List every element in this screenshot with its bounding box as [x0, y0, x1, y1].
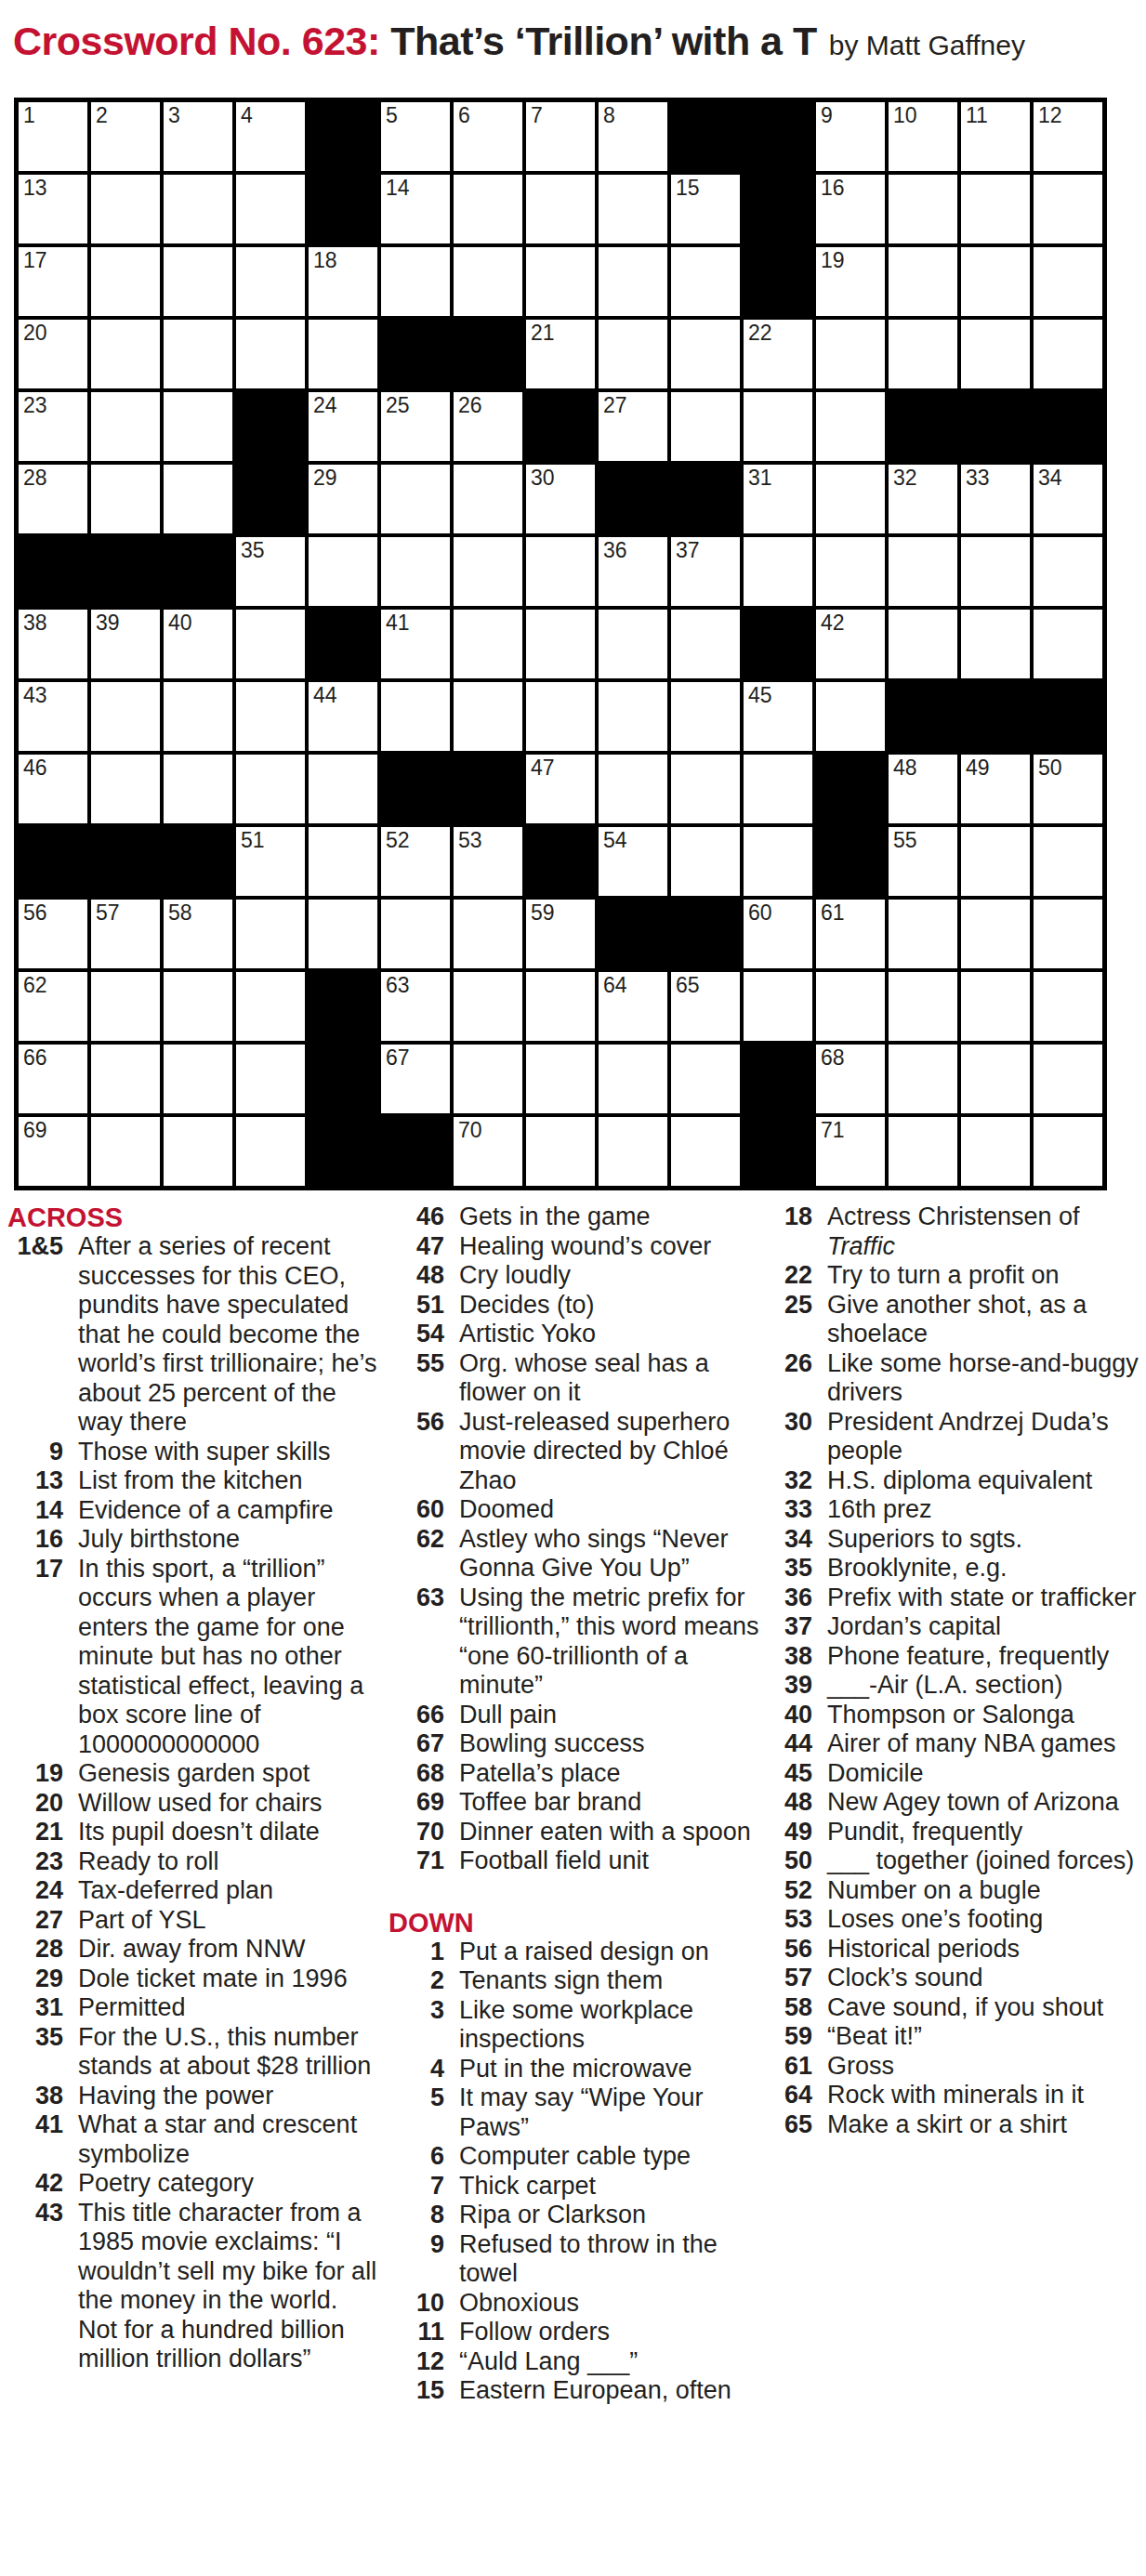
grid-cell[interactable]: 60 [742, 898, 814, 970]
grid-cell[interactable] [162, 680, 234, 753]
grid-cell[interactable] [959, 535, 1032, 608]
grid-cell[interactable] [89, 245, 162, 318]
grid-cell[interactable] [162, 753, 234, 825]
grid-cell[interactable] [1032, 1043, 1104, 1115]
grid-cell[interactable] [452, 680, 524, 753]
grid-cell[interactable] [669, 245, 742, 318]
grid-cell[interactable] [959, 825, 1032, 898]
grid-cell[interactable]: 33 [959, 463, 1032, 535]
clue-text: Brooklynite, e.g. [827, 1554, 1143, 1584]
grid-cell[interactable] [89, 318, 162, 390]
clue-item: 50___ together (joined forces) [757, 1847, 1143, 1876]
clue-item: 35For the U.S., this number stands at ab… [7, 2023, 377, 2082]
clue-item: 42Poetry category [7, 2169, 377, 2199]
grid-cell[interactable] [959, 970, 1032, 1043]
cell-number: 59 [531, 900, 555, 925]
clue-item: 61Gross [757, 2052, 1143, 2082]
grid-cell[interactable] [742, 753, 814, 825]
grid-cell[interactable] [814, 463, 887, 535]
grid-cell[interactable]: 17 [17, 245, 89, 318]
grid-cell[interactable]: 50 [1032, 753, 1104, 825]
clue-text: Willow used for chairs [78, 1789, 377, 1819]
grid-cell[interactable] [452, 245, 524, 318]
clue-number: 63 [389, 1584, 444, 1701]
grid-cell[interactable] [234, 245, 307, 318]
grid-cell[interactable] [959, 1043, 1032, 1115]
grid-cell-black [452, 753, 524, 825]
cell-number: 23 [23, 393, 47, 417]
grid-cell[interactable]: 45 [742, 680, 814, 753]
clue-item: 60Doomed [389, 1495, 762, 1525]
grid-cell[interactable] [162, 970, 234, 1043]
grid-cell[interactable]: 42 [814, 608, 887, 680]
grid-cell[interactable]: 11 [959, 100, 1032, 173]
grid-cell[interactable]: 40 [162, 608, 234, 680]
grid-cell[interactable] [597, 608, 669, 680]
grid-cell[interactable]: 19 [814, 245, 887, 318]
clue-text: Cry loudly [459, 1261, 762, 1291]
clue-text: Decides (to) [459, 1291, 762, 1321]
grid-cell[interactable] [959, 608, 1032, 680]
grid-cell[interactable] [814, 680, 887, 753]
clue-item: 38Phone feature, frequently [757, 1642, 1143, 1672]
grid-cell[interactable] [452, 898, 524, 970]
grid-cell[interactable]: 43 [17, 680, 89, 753]
grid-cell-black [742, 245, 814, 318]
grid-cell[interactable] [524, 1043, 597, 1115]
grid-cell[interactable] [89, 1115, 162, 1188]
grid-cell-black [307, 173, 379, 245]
grid-cell[interactable] [379, 680, 452, 753]
clue-text: Just-released superhero movie directed b… [459, 1408, 762, 1496]
clue-item: 51Decides (to) [389, 1291, 762, 1321]
grid-cell[interactable] [89, 680, 162, 753]
cell-number: 44 [313, 683, 337, 707]
grid-cell[interactable]: 38 [17, 608, 89, 680]
clue-text: Computer cable type [459, 2142, 762, 2172]
grid-cell-black [1032, 680, 1104, 753]
grid-cell[interactable] [669, 318, 742, 390]
grid-cell[interactable]: 1 [17, 100, 89, 173]
grid-cell[interactable] [742, 970, 814, 1043]
clue-text: Jordan’s capital [827, 1612, 1143, 1642]
clue-number: 45 [757, 1759, 812, 1789]
grid-cell[interactable] [814, 318, 887, 390]
grid-cell[interactable]: 20 [17, 318, 89, 390]
grid-cell[interactable] [234, 898, 307, 970]
grid-cell[interactable] [814, 390, 887, 463]
grid-cell[interactable] [814, 535, 887, 608]
grid-cell[interactable] [887, 535, 959, 608]
cell-number: 29 [313, 466, 337, 490]
grid-cell[interactable]: 16 [814, 173, 887, 245]
grid-cell[interactable] [89, 1043, 162, 1115]
clue-item: 36Prefix with state or trafficker [757, 1584, 1143, 1613]
grid-cell[interactable] [669, 390, 742, 463]
clue-item: 63Using the metric prefix for “trilliont… [389, 1584, 762, 1701]
clue-text: Ripa or Clarkson [459, 2201, 762, 2230]
clue-text: “Auld Lang ___” [459, 2347, 762, 2377]
grid-cell[interactable]: 48 [887, 753, 959, 825]
clue-number: 70 [389, 1818, 444, 1847]
grid-cell[interactable]: 13 [17, 173, 89, 245]
grid-cell[interactable] [89, 173, 162, 245]
grid-cell[interactable] [887, 1043, 959, 1115]
clue-item: 52Number on a bugle [757, 1876, 1143, 1906]
cell-number: 25 [386, 393, 410, 417]
cell-number: 49 [966, 756, 990, 780]
grid-cell[interactable] [669, 753, 742, 825]
grid-cell[interactable] [379, 535, 452, 608]
grid-cell[interactable]: 24 [307, 390, 379, 463]
grid-cell[interactable]: 12 [1032, 100, 1104, 173]
grid-cell[interactable]: 57 [89, 898, 162, 970]
clue-item: 8Ripa or Clarkson [389, 2201, 762, 2230]
grid-cell[interactable] [669, 1043, 742, 1115]
clue-number: 44 [757, 1729, 812, 1759]
grid-cell[interactable]: 63 [379, 970, 452, 1043]
grid-cell[interactable] [959, 245, 1032, 318]
grid-cell[interactable] [669, 1115, 742, 1188]
grid-cell[interactable] [234, 753, 307, 825]
grid-cell[interactable]: 67 [379, 1043, 452, 1115]
grid-cell[interactable]: 47 [524, 753, 597, 825]
grid-cell[interactable]: 46 [17, 753, 89, 825]
grid-cell[interactable] [89, 463, 162, 535]
grid-cell[interactable] [597, 318, 669, 390]
grid-cell-black [959, 680, 1032, 753]
clue-text: Phone feature, frequently [827, 1642, 1143, 1672]
grid-cell[interactable] [524, 680, 597, 753]
clue-item: 55Org. whose seal has a flower on it [389, 1349, 762, 1408]
grid-cell[interactable] [89, 390, 162, 463]
clue-text: Those with super skills [78, 1438, 377, 1467]
grid-cell[interactable]: 68 [814, 1043, 887, 1115]
grid-cell[interactable] [887, 1115, 959, 1188]
grid-cell[interactable] [234, 1115, 307, 1188]
clue-item: 20Willow used for chairs [7, 1789, 377, 1819]
clue-text: Football field unit [459, 1847, 762, 1876]
clue-number: 61 [757, 2052, 812, 2082]
grid-cell[interactable]: 59 [524, 898, 597, 970]
grid-cell[interactable]: 58 [162, 898, 234, 970]
clue-text: Evidence of a campfire [78, 1496, 377, 1526]
grid-cell[interactable] [307, 753, 379, 825]
grid-cell[interactable] [162, 245, 234, 318]
grid-cell[interactable]: 53 [452, 825, 524, 898]
grid-cell[interactable] [1032, 1115, 1104, 1188]
grid-cell[interactable]: 27 [597, 390, 669, 463]
clue-number: 42 [7, 2169, 63, 2199]
clue-number: 6 [389, 2142, 444, 2172]
grid-cell[interactable] [597, 1043, 669, 1115]
grid-cell[interactable] [162, 390, 234, 463]
grid-cell[interactable]: 28 [17, 463, 89, 535]
grid-cell[interactable]: 10 [887, 100, 959, 173]
clue-item: 65Make a skirt or a shirt [757, 2110, 1143, 2140]
grid-cell[interactable] [959, 318, 1032, 390]
clue-number: 39 [757, 1671, 812, 1701]
cell-number: 47 [531, 756, 555, 780]
grid-cell[interactable] [452, 173, 524, 245]
clue-item: 39___-Air (L.A. section) [757, 1671, 1143, 1701]
grid-cell[interactable] [89, 753, 162, 825]
grid-cell[interactable] [452, 535, 524, 608]
title-text: That’s ‘Trillion’ with a T [380, 19, 817, 63]
grid-cell[interactable]: 32 [887, 463, 959, 535]
grid-cell[interactable]: 15 [669, 173, 742, 245]
cell-number: 11 [966, 103, 988, 127]
grid-cell[interactable] [524, 608, 597, 680]
grid-cell[interactable]: 37 [669, 535, 742, 608]
grid-cell[interactable] [162, 1043, 234, 1115]
grid-cell[interactable] [597, 753, 669, 825]
cell-number: 35 [241, 538, 265, 562]
clue-item: 3Like some workplace inspections [389, 1996, 762, 2055]
grid-cell[interactable]: 29 [307, 463, 379, 535]
clue-item: 46Gets in the game [389, 1203, 762, 1232]
clue-text: Bowling success [459, 1729, 762, 1759]
clue-text: H.S. diploma equivalent [827, 1466, 1143, 1496]
grid-cell[interactable] [1032, 970, 1104, 1043]
grid-cell[interactable] [162, 1115, 234, 1188]
grid-cell[interactable]: 30 [524, 463, 597, 535]
cell-number: 4 [241, 103, 253, 127]
grid-cell[interactable] [452, 463, 524, 535]
clue-text: Eastern European, often [459, 2376, 762, 2406]
grid-cell[interactable]: 3 [162, 100, 234, 173]
grid-cell[interactable]: 26 [452, 390, 524, 463]
grid-cell[interactable] [742, 535, 814, 608]
cell-number: 18 [313, 248, 337, 272]
cell-number: 67 [386, 1045, 410, 1070]
clue-number: 57 [757, 1964, 812, 1993]
grid-cell[interactable] [597, 173, 669, 245]
grid-cell[interactable] [887, 245, 959, 318]
clue-text: Thick carpet [459, 2172, 762, 2201]
clue-column-3: 18Actress Christensen of Traffic22Try to… [757, 1203, 1143, 2139]
cell-number: 19 [821, 248, 845, 272]
grid-cell[interactable] [307, 318, 379, 390]
grid-cell[interactable] [1032, 245, 1104, 318]
grid-cell[interactable]: 64 [597, 970, 669, 1043]
grid-cell[interactable] [669, 825, 742, 898]
grid-cell[interactable] [669, 680, 742, 753]
grid-cell[interactable] [234, 318, 307, 390]
grid-cell[interactable]: 7 [524, 100, 597, 173]
grid-cell[interactable]: 65 [669, 970, 742, 1043]
clue-text: Make a skirt or a shirt [827, 2110, 1143, 2140]
cell-number: 32 [893, 466, 917, 490]
grid-cell[interactable] [452, 1043, 524, 1115]
grid-cell[interactable] [307, 898, 379, 970]
grid-cell[interactable]: 5 [379, 100, 452, 173]
grid-cell-black [307, 1043, 379, 1115]
title-number: Crossword No. 623: [13, 19, 380, 63]
grid-cell[interactable] [959, 173, 1032, 245]
cell-number: 52 [386, 828, 410, 852]
grid-cell[interactable] [234, 1043, 307, 1115]
title-byline: by Matt Gaffney [829, 30, 1025, 60]
grid-cell[interactable]: 4 [234, 100, 307, 173]
clue-number: 26 [757, 1349, 812, 1408]
grid-cell[interactable]: 55 [887, 825, 959, 898]
grid-cell[interactable] [379, 463, 452, 535]
grid-cell[interactable] [524, 173, 597, 245]
grid-cell[interactable]: 22 [742, 318, 814, 390]
clue-number: 9 [389, 2230, 444, 2289]
grid-cell[interactable] [887, 608, 959, 680]
grid-cell[interactable]: 23 [17, 390, 89, 463]
clue-text: Using the metric prefix for “trillionth,… [459, 1584, 762, 1701]
grid-cell[interactable]: 34 [1032, 463, 1104, 535]
grid-cell[interactable]: 14 [379, 173, 452, 245]
grid-cell[interactable]: 21 [524, 318, 597, 390]
grid-cell[interactable] [887, 318, 959, 390]
clue-text: Dir. away from NNW [78, 1935, 377, 1965]
grid-cell[interactable] [887, 173, 959, 245]
grid-cell[interactable] [162, 318, 234, 390]
grid-cell[interactable] [379, 898, 452, 970]
clue-number: 52 [757, 1876, 812, 1906]
grid-cell[interactable]: 62 [17, 970, 89, 1043]
grid-cell[interactable] [742, 825, 814, 898]
grid-cell[interactable]: 70 [452, 1115, 524, 1188]
grid-cell[interactable] [162, 463, 234, 535]
grid-cell[interactable]: 44 [307, 680, 379, 753]
grid-cell[interactable] [1032, 898, 1104, 970]
grid-cell[interactable] [307, 535, 379, 608]
cell-number: 50 [1038, 756, 1062, 780]
grid-cell-black [379, 318, 452, 390]
grid-cell[interactable]: 51 [234, 825, 307, 898]
grid-cell[interactable]: 6 [452, 100, 524, 173]
grid-cell[interactable] [1032, 173, 1104, 245]
grid-cell-black [959, 390, 1032, 463]
clue-text: Org. whose seal has a flower on it [459, 1349, 762, 1408]
grid-cell-black [17, 535, 89, 608]
clue-item: 23Ready to roll [7, 1847, 377, 1877]
grid-cell[interactable] [234, 608, 307, 680]
grid-cell[interactable] [524, 245, 597, 318]
cell-number: 45 [748, 683, 772, 707]
clue-item: 6Computer cable type [389, 2142, 762, 2172]
clue-text: Patella’s place [459, 1759, 762, 1789]
clue-text: Doomed [459, 1495, 762, 1525]
grid-cell[interactable] [597, 680, 669, 753]
clue-number: 53 [757, 1905, 812, 1935]
clue-item: 7Thick carpet [389, 2172, 762, 2201]
grid-cell[interactable] [887, 970, 959, 1043]
grid-cell[interactable] [234, 173, 307, 245]
grid-cell[interactable]: 36 [597, 535, 669, 608]
cell-number: 3 [168, 103, 180, 127]
grid-cell[interactable] [379, 245, 452, 318]
grid-cell[interactable] [959, 898, 1032, 970]
clue-item: 38Having the power [7, 2082, 377, 2111]
grid-cell[interactable] [669, 608, 742, 680]
grid-cell[interactable] [307, 825, 379, 898]
grid-cell[interactable] [162, 173, 234, 245]
grid-cell[interactable] [1032, 608, 1104, 680]
clue-number: 16 [7, 1525, 63, 1555]
clue-number: 12 [389, 2347, 444, 2377]
grid-cell[interactable]: 9 [814, 100, 887, 173]
grid-cell[interactable]: 31 [742, 463, 814, 535]
grid-cell[interactable]: 54 [597, 825, 669, 898]
clue-item: 45Domicile [757, 1759, 1143, 1789]
grid-cell-black [452, 318, 524, 390]
cell-number: 54 [603, 828, 627, 852]
cell-number: 39 [96, 611, 120, 635]
grid-cell[interactable] [234, 680, 307, 753]
clue-number: 5 [389, 2083, 444, 2142]
clue-item: 11Follow orders [389, 2318, 762, 2347]
grid-cell[interactable]: 35 [234, 535, 307, 608]
grid-cell[interactable] [452, 608, 524, 680]
grid-cell[interactable]: 25 [379, 390, 452, 463]
grid-cell-black [597, 898, 669, 970]
clue-text: Try to turn a profit on [827, 1261, 1143, 1291]
grid-cell[interactable] [597, 245, 669, 318]
grid-cell[interactable]: 8 [597, 100, 669, 173]
grid-cell[interactable] [959, 1115, 1032, 1188]
clue-number: 14 [7, 1496, 63, 1526]
grid-cell[interactable]: 18 [307, 245, 379, 318]
clue-text: Part of YSL [78, 1906, 377, 1936]
grid-cell[interactable] [887, 898, 959, 970]
grid-cell[interactable]: 71 [814, 1115, 887, 1188]
grid-cell[interactable]: 52 [379, 825, 452, 898]
grid-cell[interactable] [814, 970, 887, 1043]
clue-text: In this sport, a “trillion” occurs when … [78, 1555, 377, 1760]
grid-cell[interactable] [597, 1115, 669, 1188]
clue-text: Like some workplace inspections [459, 1996, 762, 2055]
grid-cell[interactable] [1032, 825, 1104, 898]
grid-cell[interactable]: 66 [17, 1043, 89, 1115]
clue-number: 64 [757, 2081, 812, 2110]
grid-cell[interactable] [524, 1115, 597, 1188]
clue-number: 65 [757, 2110, 812, 2140]
grid-cell[interactable]: 41 [379, 608, 452, 680]
grid-cell[interactable] [1032, 535, 1104, 608]
grid-cell[interactable] [452, 970, 524, 1043]
grid-cell[interactable] [742, 390, 814, 463]
grid-cell[interactable] [524, 970, 597, 1043]
clue-number: 58 [757, 1993, 812, 2023]
clue-number: 38 [757, 1642, 812, 1672]
across-header: ACROSS [7, 1203, 377, 1232]
clue-item: 31Permitted [7, 1993, 377, 2023]
grid-cell[interactable]: 49 [959, 753, 1032, 825]
clue-item: 43This title character from a 1985 movie… [7, 2199, 377, 2374]
grid-cell[interactable] [1032, 318, 1104, 390]
grid-cell[interactable]: 39 [89, 608, 162, 680]
grid-cell[interactable]: 56 [17, 898, 89, 970]
grid-cell[interactable]: 69 [17, 1115, 89, 1188]
clue-number: 33 [757, 1495, 812, 1525]
grid-cell[interactable] [234, 970, 307, 1043]
cell-number: 42 [821, 611, 845, 635]
clue-item: 4Put in the microwave [389, 2055, 762, 2084]
cell-number: 56 [23, 900, 47, 925]
grid-cell[interactable] [524, 535, 597, 608]
grid-cell[interactable]: 61 [814, 898, 887, 970]
grid-cell[interactable] [89, 970, 162, 1043]
clue-item: 29Dole ticket mate in 1996 [7, 1965, 377, 1994]
clue-item: 25Give another shot, as a shoelace [757, 1291, 1143, 1349]
grid-cell[interactable]: 2 [89, 100, 162, 173]
